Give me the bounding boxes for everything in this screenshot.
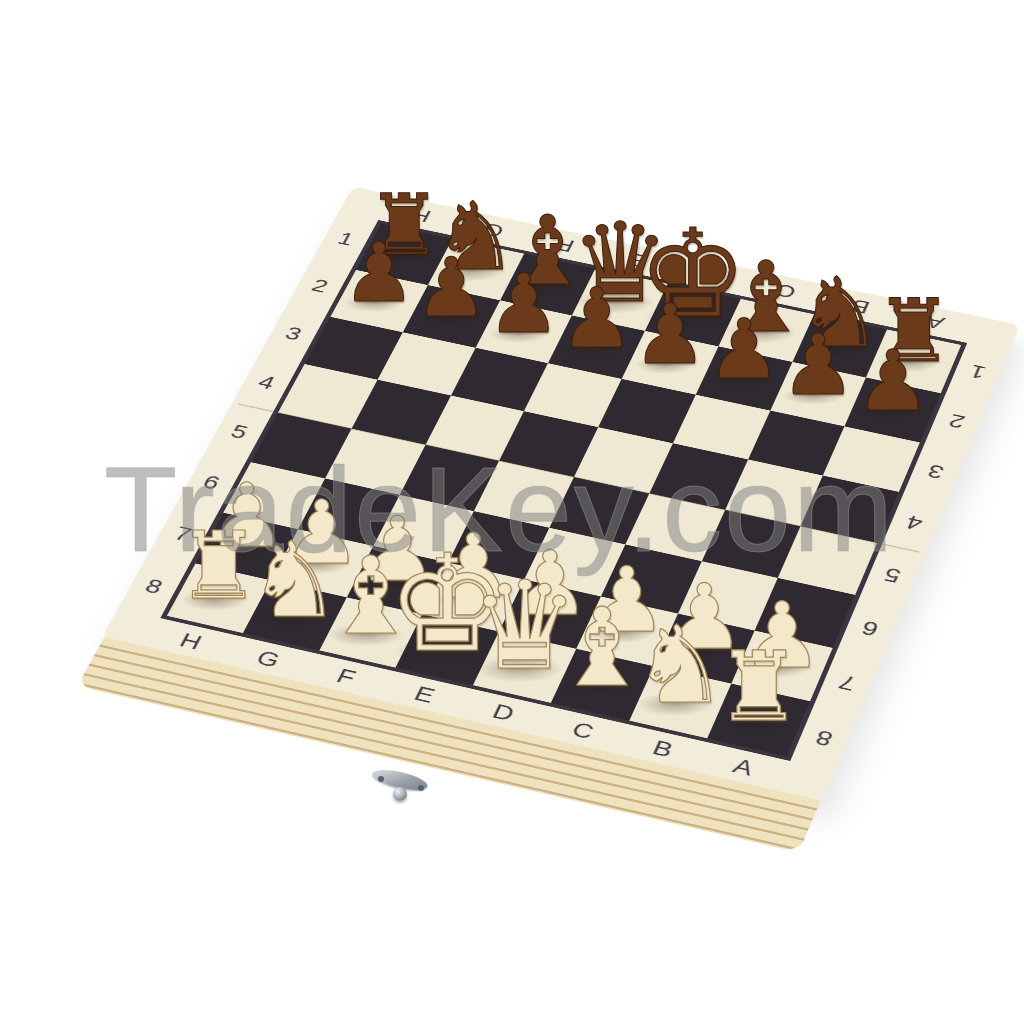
clasp-screw-icon [378,776,384,782]
metal-clasp [366,764,442,816]
chess-board: HGFEDCBA HGFEDCBA 12345678 12345678 [102,187,1020,803]
product-photo: HGFEDCBA HGFEDCBA 12345678 12345678 ♜︎♞︎… [0,0,1024,1024]
clasp-knob-icon [393,787,407,801]
clasp-screw-icon [418,785,424,791]
